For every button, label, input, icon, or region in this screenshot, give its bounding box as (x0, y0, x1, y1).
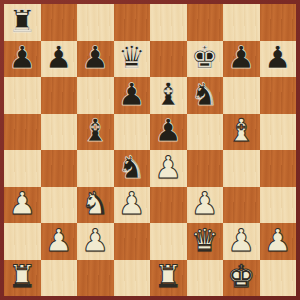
square-g5[interactable]: ♝ (223, 114, 260, 151)
square-h7[interactable]: ♟ (260, 41, 297, 78)
square-a1[interactable]: ♜ (4, 260, 41, 297)
square-h3[interactable] (260, 187, 297, 224)
square-b3[interactable] (41, 187, 78, 224)
square-c2[interactable]: ♟ (77, 223, 114, 260)
square-h6[interactable] (260, 77, 297, 114)
chess-board: ♜♟♟♟♛♚♟♟♟♝♞♝♟♝♞♟♟♞♟♟♟♟♛♟♟♜♜♚ (4, 4, 296, 296)
square-c4[interactable] (77, 150, 114, 187)
white-pawn-b2: ♟ (45, 225, 73, 256)
square-c8[interactable] (77, 4, 114, 41)
square-e4[interactable]: ♟ (150, 150, 187, 187)
square-b1[interactable] (41, 260, 78, 297)
black-pawn-g7: ♟ (227, 42, 255, 73)
square-d6[interactable]: ♟ (114, 77, 151, 114)
square-c1[interactable] (77, 260, 114, 297)
square-e8[interactable] (150, 4, 187, 41)
square-h1[interactable] (260, 260, 297, 297)
black-pawn-e5: ♟ (154, 115, 182, 146)
white-pawn-f3: ♟ (191, 188, 219, 219)
white-queen-f2: ♛ (191, 225, 219, 256)
white-bishop-g5: ♝ (227, 115, 255, 146)
square-b5[interactable] (41, 114, 78, 151)
square-e3[interactable] (150, 187, 187, 224)
black-bishop-e6: ♝ (154, 79, 182, 110)
square-f8[interactable] (187, 4, 224, 41)
white-pawn-c2: ♟ (81, 225, 109, 256)
white-pawn-a3: ♟ (8, 188, 36, 219)
square-h8[interactable] (260, 4, 297, 41)
square-g7[interactable]: ♟ (223, 41, 260, 78)
square-a8[interactable]: ♜ (4, 4, 41, 41)
square-e7[interactable] (150, 41, 187, 78)
square-f6[interactable]: ♞ (187, 77, 224, 114)
black-bishop-c5: ♝ (81, 115, 109, 146)
square-f5[interactable] (187, 114, 224, 151)
white-rook-e1: ♜ (154, 261, 182, 292)
square-a2[interactable] (4, 223, 41, 260)
square-d1[interactable] (114, 260, 151, 297)
square-f4[interactable] (187, 150, 224, 187)
square-h2[interactable]: ♟ (260, 223, 297, 260)
square-a4[interactable] (4, 150, 41, 187)
black-pawn-d6: ♟ (118, 79, 146, 110)
square-g8[interactable] (223, 4, 260, 41)
white-pawn-d3: ♟ (118, 188, 146, 219)
square-c6[interactable] (77, 77, 114, 114)
square-b7[interactable]: ♟ (41, 41, 78, 78)
black-pawn-h7: ♟ (264, 42, 292, 73)
square-g1[interactable]: ♚ (223, 260, 260, 297)
square-h5[interactable] (260, 114, 297, 151)
white-rook-a1: ♜ (8, 261, 36, 292)
square-c5[interactable]: ♝ (77, 114, 114, 151)
square-a6[interactable] (4, 77, 41, 114)
square-e5[interactable]: ♟ (150, 114, 187, 151)
square-a7[interactable]: ♟ (4, 41, 41, 78)
square-h4[interactable] (260, 150, 297, 187)
square-e6[interactable]: ♝ (150, 77, 187, 114)
black-pawn-c7: ♟ (81, 42, 109, 73)
square-d3[interactable]: ♟ (114, 187, 151, 224)
square-b6[interactable] (41, 77, 78, 114)
black-knight-d4: ♞ (118, 152, 146, 183)
square-b2[interactable]: ♟ (41, 223, 78, 260)
square-a3[interactable]: ♟ (4, 187, 41, 224)
white-pawn-h2: ♟ (264, 225, 292, 256)
black-knight-f6: ♞ (191, 79, 219, 110)
square-f2[interactable]: ♛ (187, 223, 224, 260)
black-king-f7: ♚ (191, 42, 219, 73)
black-queen-d7: ♛ (118, 42, 146, 73)
square-a5[interactable] (4, 114, 41, 151)
square-f7[interactable]: ♚ (187, 41, 224, 78)
black-pawn-b7: ♟ (45, 42, 73, 73)
chess-board-frame: ♜♟♟♟♛♚♟♟♟♝♞♝♟♝♞♟♟♞♟♟♟♟♛♟♟♜♜♚ (0, 0, 300, 300)
white-knight-c3: ♞ (81, 188, 109, 219)
square-e1[interactable]: ♜ (150, 260, 187, 297)
square-f1[interactable] (187, 260, 224, 297)
square-d5[interactable] (114, 114, 151, 151)
square-d8[interactable] (114, 4, 151, 41)
square-c7[interactable]: ♟ (77, 41, 114, 78)
square-g2[interactable]: ♟ (223, 223, 260, 260)
white-king-g1: ♚ (227, 261, 255, 292)
square-g6[interactable] (223, 77, 260, 114)
square-b4[interactable] (41, 150, 78, 187)
square-f3[interactable]: ♟ (187, 187, 224, 224)
square-d7[interactable]: ♛ (114, 41, 151, 78)
square-d4[interactable]: ♞ (114, 150, 151, 187)
square-c3[interactable]: ♞ (77, 187, 114, 224)
black-rook-a8: ♜ (8, 6, 36, 37)
white-pawn-e4: ♟ (154, 152, 182, 183)
square-g4[interactable] (223, 150, 260, 187)
square-g3[interactable] (223, 187, 260, 224)
square-e2[interactable] (150, 223, 187, 260)
square-d2[interactable] (114, 223, 151, 260)
square-b8[interactable] (41, 4, 78, 41)
black-pawn-a7: ♟ (8, 42, 36, 73)
white-pawn-g2: ♟ (227, 225, 255, 256)
